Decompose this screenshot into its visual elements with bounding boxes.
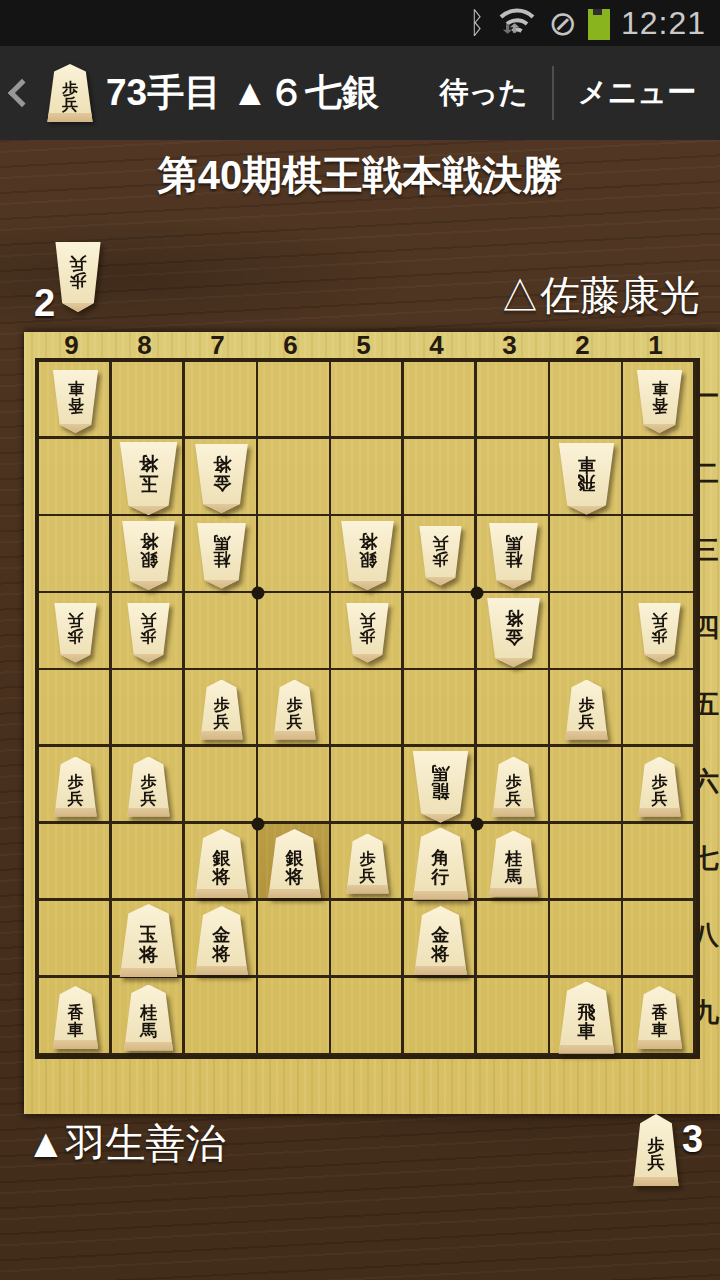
piece-sente-knight-8九[interactable]: 桂馬 xyxy=(123,985,175,1051)
undo-button[interactable]: 待った xyxy=(416,46,552,140)
sente-player-name: ▲羽生善治 xyxy=(26,1116,226,1171)
piece-gote-lance-9一[interactable]: 香車 xyxy=(52,370,100,433)
hoshi-dot xyxy=(471,818,484,831)
piece-gote-gold-3四[interactable]: 金将 xyxy=(486,598,542,667)
piece-sente-bishop-4七[interactable]: 角行 xyxy=(411,828,470,900)
piece-gote-horse-4六[interactable]: 龍馬 xyxy=(411,751,470,823)
file-label-6: 6 xyxy=(254,332,327,358)
status-bar: ᛒ ⊘ 12:21 xyxy=(0,0,720,46)
hoshi-dot xyxy=(252,818,265,831)
file-label-7: 7 xyxy=(181,332,254,358)
gote-player-name: △佐藤康光 xyxy=(500,268,700,323)
file-labels: 987654321 xyxy=(35,332,692,358)
piece-gote-gold-7二[interactable]: 金将 xyxy=(194,444,250,513)
header-bar: 歩兵 73手目 ▲６七銀 待った メニュー xyxy=(0,46,720,140)
file-label-3: 3 xyxy=(473,332,546,358)
piece-sente-silver-6七[interactable]: 銀将 xyxy=(267,829,323,898)
piece-gote-silver-8三[interactable]: 銀将 xyxy=(121,521,177,590)
file-label-9: 9 xyxy=(35,332,108,358)
piece-sente-gold-7八[interactable]: 金将 xyxy=(194,906,250,975)
sente-hand-pawn[interactable]: 歩兵 xyxy=(632,1114,680,1186)
gote-hand-char1: 歩 xyxy=(70,272,87,289)
piece-gote-silver-5三[interactable]: 銀将 xyxy=(340,521,396,590)
hoshi-dot xyxy=(252,587,265,600)
piece-sente-lance-9九[interactable]: 香車 xyxy=(52,986,100,1049)
piece-gote-pawn-9四[interactable]: 歩兵 xyxy=(53,603,98,663)
back-chevron-icon[interactable] xyxy=(8,79,36,107)
file-label-8: 8 xyxy=(108,332,181,358)
piece-sente-pawn-8六[interactable]: 歩兵 xyxy=(126,757,171,817)
piece-sente-pawn-9六[interactable]: 歩兵 xyxy=(53,757,98,817)
piece-sente-pawn-6五[interactable]: 歩兵 xyxy=(272,680,317,740)
piece-sente-gold-4八[interactable]: 金将 xyxy=(413,906,469,975)
piece-sente-pawn-3六[interactable]: 歩兵 xyxy=(491,757,536,817)
piece-gote-pawn-4三[interactable]: 歩兵 xyxy=(418,526,463,586)
bluetooth-icon: ᛒ xyxy=(470,8,484,38)
file-label-5: 5 xyxy=(327,332,400,358)
status-clock: 12:21 xyxy=(621,5,706,42)
piece-sente-silver-7七[interactable]: 銀将 xyxy=(194,829,250,898)
piece-sente-pawn-7五[interactable]: 歩兵 xyxy=(199,680,244,740)
piece-sente-pawn-5七[interactable]: 歩兵 xyxy=(345,834,390,894)
piece-gote-knight-3三[interactable]: 桂馬 xyxy=(488,523,540,589)
gote-hand-pawn[interactable]: 歩兵 xyxy=(54,242,102,312)
sente-hand-count: 3 xyxy=(682,1118,703,1161)
piece-sente-rook-2九[interactable]: 飛車 xyxy=(557,982,616,1054)
menu-button[interactable]: メニュー xyxy=(554,46,720,140)
header-pawn-icon: 歩兵 xyxy=(46,64,94,122)
gote-hand-count: 2 xyxy=(34,282,55,325)
shogi-board[interactable]: 香車香車玉将金将飛車銀将桂馬銀将歩兵桂馬歩兵歩兵歩兵金将歩兵龍馬歩兵歩兵歩兵歩兵… xyxy=(35,358,700,1059)
sente-hand-char2: 兵 xyxy=(648,1154,665,1171)
piece-gote-pawn-8四[interactable]: 歩兵 xyxy=(126,603,171,663)
no-signal-icon: ⊘ xyxy=(548,6,577,40)
header-piece-char2: 兵 xyxy=(62,97,78,113)
wifi-icon xyxy=(497,5,537,41)
event-title: 第40期棋王戦本戦決勝 xyxy=(0,148,720,203)
game-area: 第40期棋王戦本戦決勝 歩兵 2 △佐藤康光 987654321 一二三四五六七… xyxy=(0,140,720,1280)
hoshi-dot xyxy=(471,587,484,600)
file-label-2: 2 xyxy=(546,332,619,358)
piece-gote-lance-1一[interactable]: 香車 xyxy=(636,370,684,433)
piece-gote-knight-7三[interactable]: 桂馬 xyxy=(196,523,248,589)
file-label-4: 4 xyxy=(400,332,473,358)
file-label-1: 1 xyxy=(619,332,692,358)
piece-gote-king-8二[interactable]: 玉将 xyxy=(118,442,179,515)
piece-sente-pawn-1六[interactable]: 歩兵 xyxy=(637,757,682,817)
piece-sente-king-8八[interactable]: 玉将 xyxy=(118,904,179,977)
piece-sente-knight-3七[interactable]: 桂馬 xyxy=(488,831,540,897)
piece-gote-pawn-5四[interactable]: 歩兵 xyxy=(345,603,390,663)
board-panel: 987654321 一二三四五六七八九 香車香車玉将金将飛車銀将桂馬銀将歩兵桂馬… xyxy=(24,332,720,1114)
piece-sente-pawn-2五[interactable]: 歩兵 xyxy=(564,680,609,740)
piece-sente-lance-1九[interactable]: 香車 xyxy=(636,986,684,1049)
move-title: 73手目 ▲６七銀 xyxy=(106,68,379,118)
battery-icon xyxy=(588,9,610,40)
gote-hand-char2: 兵 xyxy=(70,255,87,272)
piece-gote-pawn-1四[interactable]: 歩兵 xyxy=(637,603,682,663)
piece-gote-rook-2二[interactable]: 飛車 xyxy=(557,443,616,515)
